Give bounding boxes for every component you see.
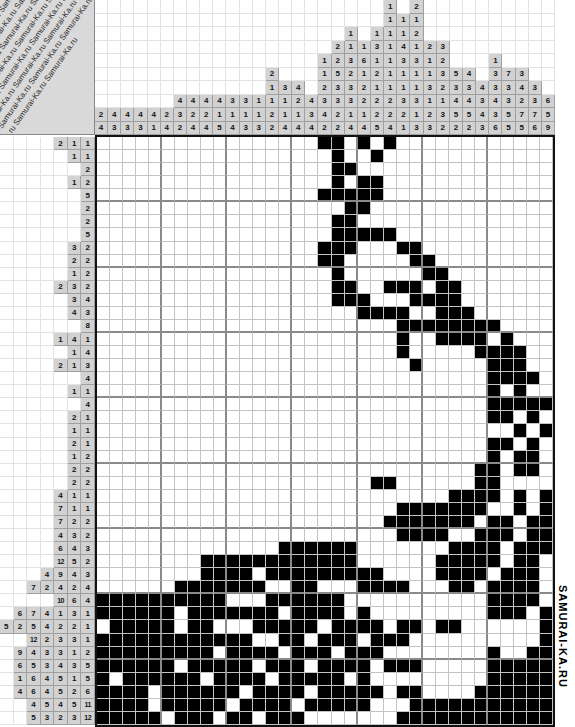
- board-cell[interactable]: [423, 411, 436, 424]
- board-cell[interactable]: [149, 411, 162, 424]
- board-cell[interactable]: [332, 712, 345, 725]
- board-cell[interactable]: [240, 542, 253, 555]
- board-cell[interactable]: [305, 620, 318, 633]
- board-cell[interactable]: [292, 176, 305, 189]
- board-cell[interactable]: [201, 686, 214, 699]
- board-cell[interactable]: [436, 712, 449, 725]
- board-cell[interactable]: [162, 581, 175, 594]
- board-cell[interactable]: [214, 438, 227, 451]
- board-cell[interactable]: [266, 542, 279, 555]
- board-cell[interactable]: [136, 281, 149, 294]
- board-cell[interactable]: [279, 242, 292, 255]
- board-cell[interactable]: [540, 699, 553, 712]
- board-cell[interactable]: [305, 228, 318, 241]
- board-cell[interactable]: [332, 333, 345, 346]
- board-cell[interactable]: [305, 647, 318, 660]
- board-cell[interactable]: [318, 333, 331, 346]
- board-cell[interactable]: [266, 490, 279, 503]
- board-cell[interactable]: [475, 385, 488, 398]
- board-cell[interactable]: [332, 607, 345, 620]
- board-cell[interactable]: [410, 647, 423, 660]
- board-cell[interactable]: [345, 202, 358, 215]
- board-cell[interactable]: [214, 490, 227, 503]
- board-cell[interactable]: [201, 372, 214, 385]
- board-cell[interactable]: [358, 202, 371, 215]
- board-cell[interactable]: [253, 268, 266, 281]
- board-cell[interactable]: [488, 163, 501, 176]
- board-cell[interactable]: [527, 568, 540, 581]
- board-cell[interactable]: [397, 516, 410, 529]
- board-cell[interactable]: [332, 346, 345, 359]
- board-cell[interactable]: [279, 294, 292, 307]
- board-cell[interactable]: [514, 647, 527, 660]
- board-cell[interactable]: [318, 477, 331, 490]
- board-cell[interactable]: [462, 686, 475, 699]
- board-cell[interactable]: [110, 189, 123, 202]
- board-cell[interactable]: [110, 516, 123, 529]
- board-cell[interactable]: [527, 464, 540, 477]
- board-cell[interactable]: [475, 150, 488, 163]
- board-cell[interactable]: [462, 503, 475, 516]
- board-cell[interactable]: [371, 607, 384, 620]
- board-cell[interactable]: [514, 398, 527, 411]
- board-cell[interactable]: [279, 660, 292, 673]
- board-cell[interactable]: [514, 372, 527, 385]
- board-cell[interactable]: [527, 150, 540, 163]
- board-cell[interactable]: [188, 411, 201, 424]
- board-cell[interactable]: [201, 228, 214, 241]
- board-cell[interactable]: [214, 215, 227, 228]
- board-cell[interactable]: [292, 581, 305, 594]
- board-cell[interactable]: [371, 163, 384, 176]
- board-cell[interactable]: [292, 202, 305, 215]
- board-cell[interactable]: [397, 215, 410, 228]
- board-cell[interactable]: [162, 137, 175, 150]
- board-cell[interactable]: [97, 477, 110, 490]
- board-cell[interactable]: [514, 202, 527, 215]
- board-cell[interactable]: [149, 320, 162, 333]
- board-cell[interactable]: [423, 464, 436, 477]
- board-cell[interactable]: [149, 372, 162, 385]
- board-cell[interactable]: [305, 516, 318, 529]
- board-cell[interactable]: [449, 320, 462, 333]
- board-cell[interactable]: [279, 189, 292, 202]
- board-cell[interactable]: [292, 712, 305, 725]
- board-cell[interactable]: [410, 346, 423, 359]
- board-cell[interactable]: [136, 516, 149, 529]
- board-cell[interactable]: [436, 699, 449, 712]
- board-cell[interactable]: [488, 333, 501, 346]
- board-cell[interactable]: [97, 490, 110, 503]
- board-cell[interactable]: [540, 150, 553, 163]
- board-cell[interactable]: [345, 320, 358, 333]
- board-cell[interactable]: [397, 333, 410, 346]
- board-cell[interactable]: [214, 333, 227, 346]
- board-cell[interactable]: [123, 333, 136, 346]
- board-cell[interactable]: [527, 438, 540, 451]
- board-cell[interactable]: [540, 542, 553, 555]
- board-cell[interactable]: [371, 359, 384, 372]
- board-cell[interactable]: [475, 307, 488, 320]
- board-cell[interactable]: [97, 438, 110, 451]
- board-cell[interactable]: [292, 320, 305, 333]
- board-cell[interactable]: [123, 281, 136, 294]
- board-cell[interactable]: [345, 150, 358, 163]
- board-cell[interactable]: [110, 294, 123, 307]
- board-cell[interactable]: [188, 346, 201, 359]
- board-cell[interactable]: [123, 542, 136, 555]
- board-cell[interactable]: [97, 202, 110, 215]
- board-cell[interactable]: [449, 451, 462, 464]
- board-cell[interactable]: [292, 294, 305, 307]
- board-cell[interactable]: [279, 451, 292, 464]
- board-cell[interactable]: [266, 163, 279, 176]
- board-cell[interactable]: [240, 385, 253, 398]
- board-cell[interactable]: [332, 255, 345, 268]
- board-cell[interactable]: [266, 673, 279, 686]
- nonogram-board[interactable]: [95, 135, 555, 727]
- board-cell[interactable]: [488, 411, 501, 424]
- board-cell[interactable]: [110, 594, 123, 607]
- board-cell[interactable]: [188, 607, 201, 620]
- board-cell[interactable]: [292, 411, 305, 424]
- board-cell[interactable]: [227, 228, 240, 241]
- board-cell[interactable]: [436, 490, 449, 503]
- board-cell[interactable]: [475, 699, 488, 712]
- board-cell[interactable]: [397, 189, 410, 202]
- board-cell[interactable]: [345, 451, 358, 464]
- board-cell[interactable]: [345, 477, 358, 490]
- board-cell[interactable]: [488, 215, 501, 228]
- board-cell[interactable]: [332, 438, 345, 451]
- board-cell[interactable]: [201, 607, 214, 620]
- board-cell[interactable]: [227, 163, 240, 176]
- board-cell[interactable]: [397, 451, 410, 464]
- board-cell[interactable]: [397, 581, 410, 594]
- board-cell[interactable]: [136, 529, 149, 542]
- board-cell[interactable]: [175, 372, 188, 385]
- board-cell[interactable]: [162, 660, 175, 673]
- board-cell[interactable]: [423, 163, 436, 176]
- board-cell[interactable]: [449, 438, 462, 451]
- board-cell[interactable]: [436, 359, 449, 372]
- board-cell[interactable]: [305, 189, 318, 202]
- board-cell[interactable]: [527, 712, 540, 725]
- board-cell[interactable]: [527, 451, 540, 464]
- board-cell[interactable]: [318, 568, 331, 581]
- board-cell[interactable]: [201, 150, 214, 163]
- board-cell[interactable]: [240, 673, 253, 686]
- board-cell[interactable]: [410, 372, 423, 385]
- board-cell[interactable]: [475, 294, 488, 307]
- board-cell[interactable]: [240, 294, 253, 307]
- board-cell[interactable]: [201, 438, 214, 451]
- board-cell[interactable]: [514, 411, 527, 424]
- board-cell[interactable]: [266, 255, 279, 268]
- board-cell[interactable]: [162, 451, 175, 464]
- board-cell[interactable]: [97, 294, 110, 307]
- board-cell[interactable]: [253, 189, 266, 202]
- board-cell[interactable]: [514, 268, 527, 281]
- board-cell[interactable]: [188, 438, 201, 451]
- board-cell[interactable]: [527, 660, 540, 673]
- board-cell[interactable]: [449, 503, 462, 516]
- board-cell[interactable]: [358, 398, 371, 411]
- board-cell[interactable]: [227, 333, 240, 346]
- board-cell[interactable]: [410, 516, 423, 529]
- board-cell[interactable]: [397, 503, 410, 516]
- board-cell[interactable]: [305, 398, 318, 411]
- board-cell[interactable]: [305, 346, 318, 359]
- board-cell[interactable]: [345, 163, 358, 176]
- board-cell[interactable]: [358, 176, 371, 189]
- board-cell[interactable]: [162, 594, 175, 607]
- board-cell[interactable]: [201, 346, 214, 359]
- board-cell[interactable]: [540, 516, 553, 529]
- board-cell[interactable]: [540, 607, 553, 620]
- board-cell[interactable]: [123, 242, 136, 255]
- board-cell[interactable]: [305, 581, 318, 594]
- board-cell[interactable]: [436, 346, 449, 359]
- board-cell[interactable]: [305, 699, 318, 712]
- board-cell[interactable]: [410, 620, 423, 633]
- board-cell[interactable]: [188, 150, 201, 163]
- board-cell[interactable]: [123, 712, 136, 725]
- board-cell[interactable]: [540, 255, 553, 268]
- board-cell[interactable]: [514, 529, 527, 542]
- board-cell[interactable]: [253, 398, 266, 411]
- board-cell[interactable]: [371, 398, 384, 411]
- board-cell[interactable]: [436, 529, 449, 542]
- board-cell[interactable]: [410, 490, 423, 503]
- board-cell[interactable]: [214, 503, 227, 516]
- board-cell[interactable]: [110, 163, 123, 176]
- board-cell[interactable]: [540, 307, 553, 320]
- board-cell[interactable]: [527, 607, 540, 620]
- board-cell[interactable]: [397, 268, 410, 281]
- board-cell[interactable]: [318, 634, 331, 647]
- board-cell[interactable]: [149, 555, 162, 568]
- board-cell[interactable]: [423, 294, 436, 307]
- board-cell[interactable]: [149, 673, 162, 686]
- board-cell[interactable]: [266, 333, 279, 346]
- board-cell[interactable]: [123, 385, 136, 398]
- board-cell[interactable]: [410, 150, 423, 163]
- board-cell[interactable]: [462, 372, 475, 385]
- board-cell[interactable]: [227, 215, 240, 228]
- board-cell[interactable]: [162, 189, 175, 202]
- board-cell[interactable]: [501, 529, 514, 542]
- board-cell[interactable]: [175, 137, 188, 150]
- board-cell[interactable]: [436, 594, 449, 607]
- board-cell[interactable]: [540, 398, 553, 411]
- board-cell[interactable]: [514, 189, 527, 202]
- board-cell[interactable]: [110, 320, 123, 333]
- board-cell[interactable]: [449, 359, 462, 372]
- board-cell[interactable]: [384, 607, 397, 620]
- board-cell[interactable]: [266, 150, 279, 163]
- board-cell[interactable]: [292, 163, 305, 176]
- board-cell[interactable]: [136, 228, 149, 241]
- board-cell[interactable]: [149, 385, 162, 398]
- board-cell[interactable]: [410, 294, 423, 307]
- board-cell[interactable]: [423, 228, 436, 241]
- board-cell[interactable]: [501, 464, 514, 477]
- board-cell[interactable]: [162, 477, 175, 490]
- board-cell[interactable]: [149, 359, 162, 372]
- board-cell[interactable]: [436, 307, 449, 320]
- board-cell[interactable]: [514, 712, 527, 725]
- board-cell[interactable]: [149, 346, 162, 359]
- board-cell[interactable]: [240, 372, 253, 385]
- board-cell[interactable]: [279, 490, 292, 503]
- board-cell[interactable]: [345, 411, 358, 424]
- board-cell[interactable]: [397, 307, 410, 320]
- board-cell[interactable]: [332, 294, 345, 307]
- board-cell[interactable]: [188, 398, 201, 411]
- board-cell[interactable]: [266, 307, 279, 320]
- board-cell[interactable]: [149, 516, 162, 529]
- board-cell[interactable]: [410, 686, 423, 699]
- board-cell[interactable]: [292, 255, 305, 268]
- board-cell[interactable]: [410, 503, 423, 516]
- board-cell[interactable]: [501, 699, 514, 712]
- board-cell[interactable]: [136, 438, 149, 451]
- board-cell[interactable]: [240, 699, 253, 712]
- board-cell[interactable]: [436, 451, 449, 464]
- board-cell[interactable]: [318, 660, 331, 673]
- board-cell[interactable]: [175, 503, 188, 516]
- board-cell[interactable]: [449, 372, 462, 385]
- board-cell[interactable]: [214, 699, 227, 712]
- board-cell[interactable]: [253, 294, 266, 307]
- board-cell[interactable]: [358, 699, 371, 712]
- board-cell[interactable]: [188, 542, 201, 555]
- board-cell[interactable]: [227, 673, 240, 686]
- board-cell[interactable]: [358, 542, 371, 555]
- board-cell[interactable]: [423, 594, 436, 607]
- board-cell[interactable]: [123, 372, 136, 385]
- board-cell[interactable]: [358, 686, 371, 699]
- board-cell[interactable]: [488, 568, 501, 581]
- board-cell[interactable]: [449, 686, 462, 699]
- board-cell[interactable]: [488, 607, 501, 620]
- board-cell[interactable]: [149, 542, 162, 555]
- board-cell[interactable]: [279, 555, 292, 568]
- board-cell[interactable]: [488, 359, 501, 372]
- board-cell[interactable]: [292, 398, 305, 411]
- board-cell[interactable]: [240, 464, 253, 477]
- board-cell[interactable]: [97, 555, 110, 568]
- board-cell[interactable]: [371, 189, 384, 202]
- board-cell[interactable]: [279, 464, 292, 477]
- board-cell[interactable]: [123, 503, 136, 516]
- board-cell[interactable]: [332, 242, 345, 255]
- board-cell[interactable]: [201, 320, 214, 333]
- board-cell[interactable]: [240, 503, 253, 516]
- board-cell[interactable]: [253, 620, 266, 633]
- board-cell[interactable]: [97, 712, 110, 725]
- board-cell[interactable]: [488, 307, 501, 320]
- board-cell[interactable]: [540, 568, 553, 581]
- board-cell[interactable]: [371, 503, 384, 516]
- board-cell[interactable]: [253, 372, 266, 385]
- board-cell[interactable]: [449, 189, 462, 202]
- board-cell[interactable]: [540, 372, 553, 385]
- board-cell[interactable]: [514, 163, 527, 176]
- board-cell[interactable]: [449, 176, 462, 189]
- board-cell[interactable]: [175, 699, 188, 712]
- board-cell[interactable]: [332, 268, 345, 281]
- board-cell[interactable]: [279, 647, 292, 660]
- board-cell[interactable]: [279, 516, 292, 529]
- board-cell[interactable]: [240, 477, 253, 490]
- board-cell[interactable]: [358, 503, 371, 516]
- board-cell[interactable]: [501, 372, 514, 385]
- board-cell[interactable]: [149, 163, 162, 176]
- board-cell[interactable]: [384, 594, 397, 607]
- board-cell[interactable]: [514, 255, 527, 268]
- board-cell[interactable]: [253, 242, 266, 255]
- board-cell[interactable]: [371, 346, 384, 359]
- board-cell[interactable]: [123, 150, 136, 163]
- board-cell[interactable]: [345, 294, 358, 307]
- board-cell[interactable]: [488, 398, 501, 411]
- board-cell[interactable]: [449, 137, 462, 150]
- board-cell[interactable]: [462, 242, 475, 255]
- board-cell[interactable]: [501, 424, 514, 437]
- board-cell[interactable]: [397, 176, 410, 189]
- board-cell[interactable]: [345, 712, 358, 725]
- board-cell[interactable]: [240, 594, 253, 607]
- board-cell[interactable]: [97, 176, 110, 189]
- board-cell[interactable]: [501, 594, 514, 607]
- board-cell[interactable]: [214, 411, 227, 424]
- board-cell[interactable]: [540, 673, 553, 686]
- board-cell[interactable]: [358, 477, 371, 490]
- board-cell[interactable]: [240, 568, 253, 581]
- board-cell[interactable]: [397, 620, 410, 633]
- board-cell[interactable]: [540, 294, 553, 307]
- board-cell[interactable]: [436, 607, 449, 620]
- board-cell[interactable]: [97, 581, 110, 594]
- board-cell[interactable]: [475, 464, 488, 477]
- board-cell[interactable]: [292, 516, 305, 529]
- board-cell[interactable]: [136, 712, 149, 725]
- board-cell[interactable]: [540, 176, 553, 189]
- board-cell[interactable]: [188, 189, 201, 202]
- board-cell[interactable]: [292, 464, 305, 477]
- board-cell[interactable]: [240, 242, 253, 255]
- board-cell[interactable]: [514, 634, 527, 647]
- board-cell[interactable]: [449, 411, 462, 424]
- board-cell[interactable]: [305, 372, 318, 385]
- board-cell[interactable]: [188, 359, 201, 372]
- board-cell[interactable]: [253, 137, 266, 150]
- board-cell[interactable]: [318, 385, 331, 398]
- board-cell[interactable]: [266, 294, 279, 307]
- board-cell[interactable]: [540, 477, 553, 490]
- board-cell[interactable]: [136, 542, 149, 555]
- board-cell[interactable]: [332, 555, 345, 568]
- board-cell[interactable]: [397, 320, 410, 333]
- board-cell[interactable]: [253, 346, 266, 359]
- board-cell[interactable]: [449, 490, 462, 503]
- board-cell[interactable]: [110, 268, 123, 281]
- board-cell[interactable]: [410, 451, 423, 464]
- board-cell[interactable]: [240, 137, 253, 150]
- board-cell[interactable]: [97, 699, 110, 712]
